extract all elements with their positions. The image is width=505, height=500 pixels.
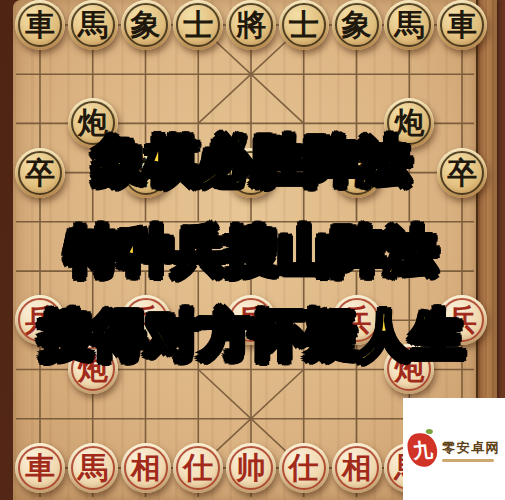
piece-black-2-0[interactable]: 象 xyxy=(121,0,171,50)
watermark: 九 零安卓网 xyxy=(403,398,505,500)
piece-black-3-0[interactable]: 士 xyxy=(173,0,223,50)
piece-black-7-0[interactable]: 馬 xyxy=(384,0,434,50)
overlay-text-line-3: 搜得对方怀疑人生 xyxy=(0,301,505,371)
piece-red-2-9[interactable]: 相 xyxy=(121,443,171,493)
piece-red-3-9[interactable]: 仕 xyxy=(173,443,223,493)
watermark-seal-char: 九 xyxy=(411,435,434,464)
piece-red-4-9[interactable]: 帅 xyxy=(226,443,276,493)
watermark-seal-icon: 九 xyxy=(406,431,439,468)
watermark-subtext-bar xyxy=(442,459,494,462)
piece-red-6-9[interactable]: 相 xyxy=(332,443,382,493)
piece-black-5-0[interactable]: 士 xyxy=(279,0,329,50)
overlay-text-line-1: 象棋必胜阵法 xyxy=(0,127,505,197)
piece-black-8-0[interactable]: 車 xyxy=(437,0,487,50)
piece-red-0-9[interactable]: 車 xyxy=(15,443,65,493)
leaf-icon xyxy=(425,428,433,435)
piece-black-4-0[interactable]: 將 xyxy=(226,0,276,50)
piece-red-1-9[interactable]: 馬 xyxy=(68,443,118,493)
piece-black-6-0[interactable]: 象 xyxy=(332,0,382,50)
xiangqi-app-screen: 車馬象士將士象馬車炮炮卒卒卒卒卒兵兵兵兵兵炮炮車馬相仕帅仕相馬車 象棋必胜阵法 … xyxy=(0,0,505,500)
piece-black-0-0[interactable]: 車 xyxy=(15,0,65,50)
watermark-site-name: 零安卓网 xyxy=(442,439,500,457)
piece-red-5-9[interactable]: 仕 xyxy=(279,443,329,493)
piece-black-1-0[interactable]: 馬 xyxy=(68,0,118,50)
overlay-text-line-2: 特种兵搜山阵法 xyxy=(0,217,505,287)
